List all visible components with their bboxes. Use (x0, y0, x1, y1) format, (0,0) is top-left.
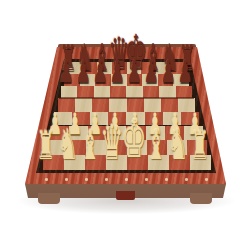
screw-dot (65, 178, 68, 181)
board-rank-7 (64, 74, 188, 86)
screw-dot (145, 178, 148, 181)
square-a7 (64, 74, 80, 86)
square-b2 (66, 140, 86, 155)
square-b4 (72, 112, 90, 126)
square-g8 (156, 62, 171, 74)
square-h3 (184, 126, 203, 141)
square-g2 (167, 140, 187, 155)
square-c2 (86, 140, 106, 155)
screw-dot (185, 178, 188, 181)
square-b1 (64, 155, 85, 170)
square-b5 (75, 98, 92, 111)
square-h8 (171, 62, 186, 74)
square-b3 (69, 126, 88, 141)
square-c8 (97, 62, 112, 74)
board-rank-1 (43, 155, 211, 170)
square-c1 (85, 155, 106, 170)
square-a4 (54, 112, 72, 126)
screw-dot (105, 178, 108, 181)
square-e8 (127, 62, 142, 74)
square-f3 (146, 126, 165, 141)
square-d5 (109, 98, 126, 111)
square-c4 (90, 112, 108, 126)
square-h1 (190, 155, 211, 170)
square-a3 (50, 126, 69, 141)
board-rank-3 (50, 126, 202, 141)
chess-set-product-photo: ♜♞♝♛♚♝♞♜♟♟♟♟♟♟♟♟♟♟♟♟♟♟♟♟♜♞♝♛♚♝♞♜ (0, 0, 250, 250)
square-h2 (187, 140, 207, 155)
square-f8 (141, 62, 156, 74)
square-c3 (88, 126, 107, 141)
fold-hinge-seam (59, 97, 194, 99)
square-d4 (108, 112, 126, 126)
square-g7 (158, 74, 174, 86)
checkerboard-field (0, 0, 250, 250)
square-f4 (145, 112, 163, 126)
board-rank-8 (68, 62, 186, 74)
square-d2 (106, 140, 126, 155)
square-c5 (92, 98, 109, 111)
screw-dot (165, 178, 168, 181)
screw-dot (205, 178, 208, 181)
square-h5 (178, 98, 195, 111)
square-e1 (127, 155, 148, 170)
square-g4 (163, 112, 181, 126)
square-c7 (95, 74, 111, 86)
square-e3 (126, 126, 145, 141)
square-f5 (144, 98, 161, 111)
square-a8 (68, 62, 83, 74)
square-f7 (142, 74, 158, 86)
screw-dot (125, 178, 128, 181)
screw-dot (85, 178, 88, 181)
square-a5 (58, 98, 75, 111)
square-g5 (161, 98, 178, 111)
square-a2 (46, 140, 66, 155)
square-e2 (127, 140, 147, 155)
board-rank-5 (58, 98, 196, 111)
square-a1 (43, 155, 64, 170)
square-f1 (148, 155, 169, 170)
square-b8 (82, 62, 97, 74)
square-d3 (107, 126, 126, 141)
square-g1 (169, 155, 190, 170)
square-d1 (106, 155, 127, 170)
square-f2 (147, 140, 167, 155)
square-e5 (127, 98, 144, 111)
screw-dot (45, 178, 48, 181)
square-h4 (181, 112, 199, 126)
square-d8 (112, 62, 127, 74)
square-g3 (165, 126, 184, 141)
square-h7 (173, 74, 189, 86)
square-e4 (126, 112, 144, 126)
square-d7 (111, 74, 127, 86)
board-rank-2 (46, 140, 206, 155)
board-rank-4 (54, 112, 199, 126)
square-e7 (127, 74, 143, 86)
square-b7 (80, 74, 96, 86)
